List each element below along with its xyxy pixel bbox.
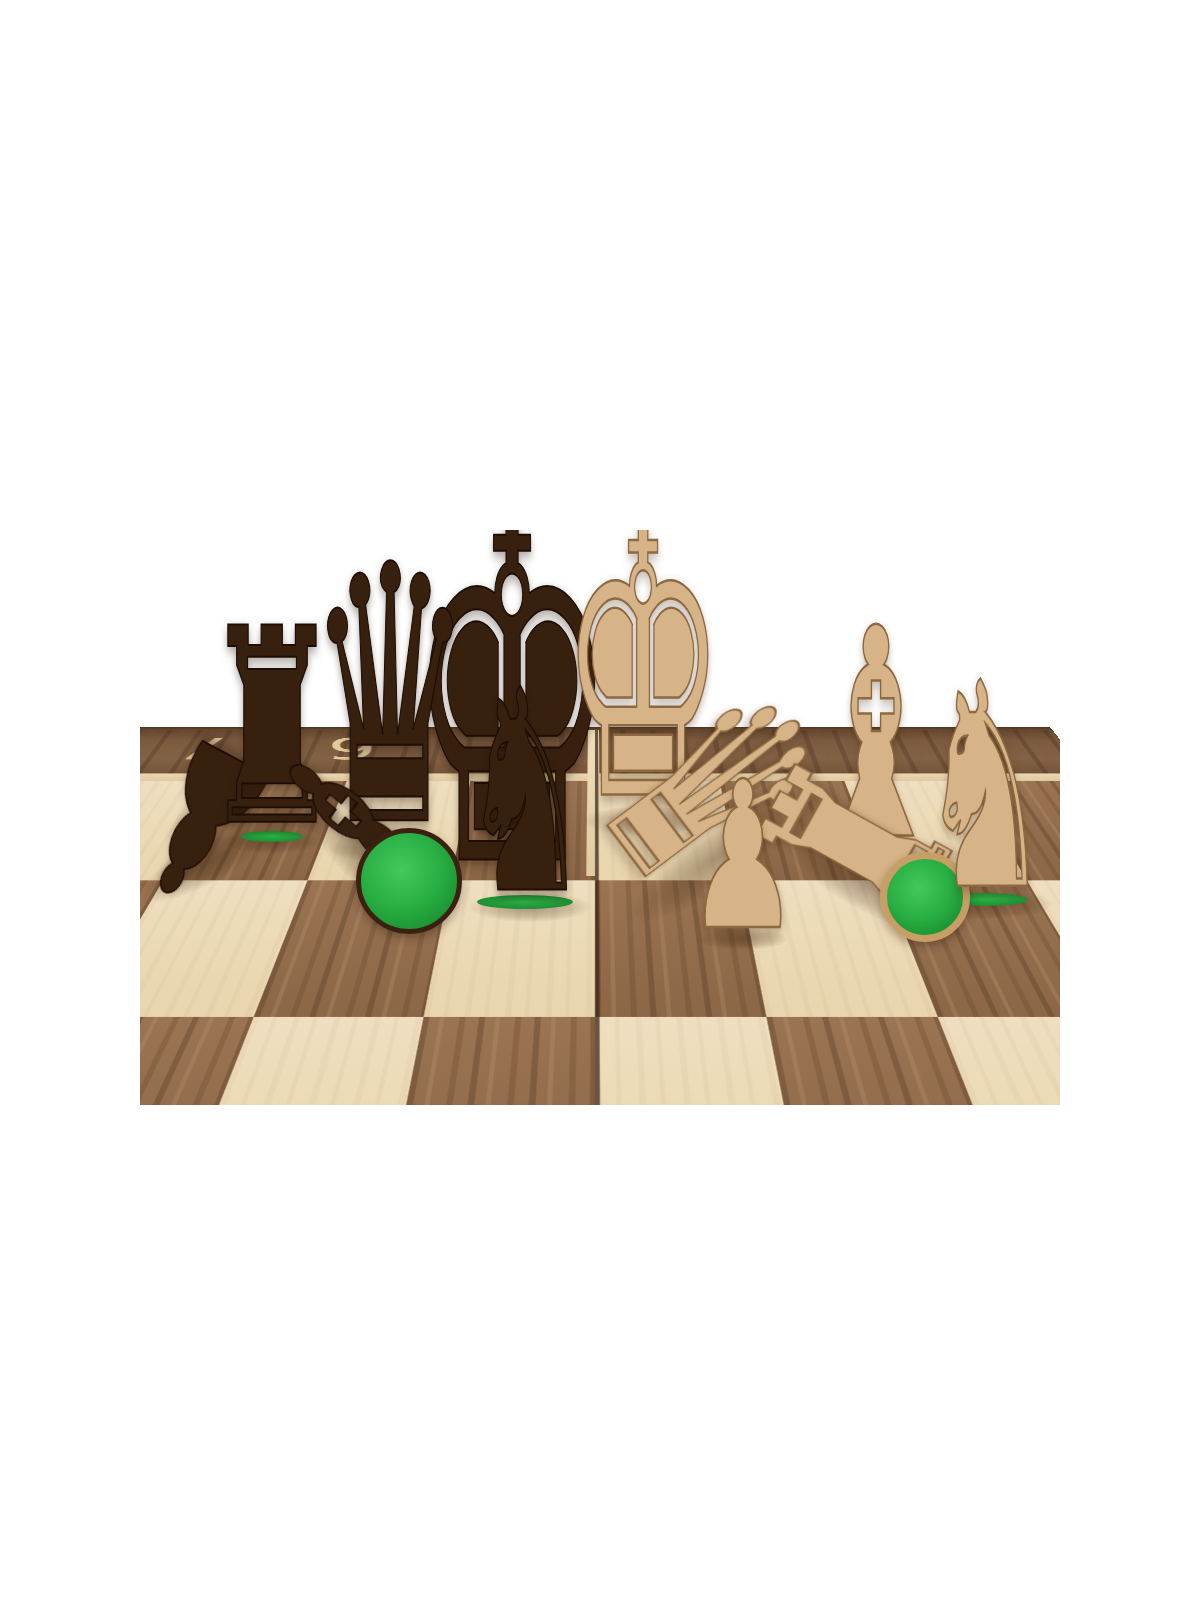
piece-light-pawn-standing: ♟ [686,755,799,959]
piece-light-knight-standing: ♞ [919,646,1051,930]
pieces-layer: ♚♚♟♜♛♝♝♛♜♞♞♟ [140,530,1060,1105]
product-photo: 76 ♚♚♟♜♛♝♝♛♜♞♞♟ [140,530,1060,1105]
dark-bishop-lying-green-felt-base [356,828,462,934]
piece-dark-knight-standing: ♞ [460,654,590,933]
